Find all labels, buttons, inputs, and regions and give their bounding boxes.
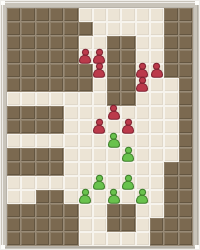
floor-cell-r12-c8[interactable] (107, 162, 121, 176)
wall-cell-r2-c1[interactable] (7, 22, 21, 36)
wall-cell-r3-c8[interactable] (107, 36, 121, 50)
floor-cell-r10-c6[interactable] (79, 134, 93, 148)
wall-cell-r6-c5[interactable] (64, 78, 78, 92)
floor-cell-r12-c10[interactable] (136, 162, 150, 176)
unit-head (97, 63, 102, 68)
wall-cell-r11-c4[interactable] (50, 148, 64, 162)
wall-cell-r11-c1[interactable] (7, 148, 21, 162)
floor-cell-r9-c6[interactable] (79, 120, 93, 134)
wall-cell-r15-c3[interactable] (36, 204, 50, 218)
floor-cell-r10-c2[interactable] (21, 134, 35, 148)
wall-cell-r6-c3[interactable] (36, 78, 50, 92)
unit-head (111, 105, 116, 110)
wall-cell-r3-c12[interactable] (164, 36, 178, 50)
wall-cell-r4-c4[interactable] (50, 50, 64, 64)
wall-cell-r3-c1[interactable] (7, 36, 21, 50)
wall-cell-r16-c9[interactable] (121, 218, 135, 232)
floor-cell-r16-c10[interactable] (136, 218, 150, 232)
wall-cell-r13-c12[interactable] (164, 176, 178, 190)
unit-body (94, 69, 104, 76)
wall-cell-r8-c4[interactable] (50, 106, 64, 120)
floor-cell-r6-c10[interactable] (136, 78, 150, 92)
wall-cell-r17-c3[interactable] (36, 232, 50, 246)
green-unit[interactable] (123, 147, 133, 160)
floor-cell-r14-c2[interactable] (21, 190, 35, 204)
floor-cell-r10-c5[interactable] (64, 134, 78, 148)
floor-cell-r7-c1[interactable] (7, 92, 21, 106)
floor-cell-r5-c10[interactable] (136, 64, 150, 78)
green-unit[interactable] (80, 189, 90, 202)
floor-cell-r4-c10[interactable] (136, 50, 150, 64)
floor-cell-r9-c11[interactable] (150, 120, 164, 134)
floor-cell-r9-c5[interactable] (64, 120, 78, 134)
wall-cell-r8-c13[interactable] (179, 106, 193, 120)
unit-body (123, 125, 133, 132)
wall-cell-r15-c8[interactable] (107, 204, 121, 218)
floor-cell-r1-c6[interactable] (79, 8, 93, 22)
wall-cell-r4-c3[interactable] (36, 50, 50, 64)
unit-body (80, 55, 90, 62)
wall-cell-r3-c2[interactable] (21, 36, 35, 50)
wall-cell-r2-c6[interactable] (79, 22, 93, 36)
floor-cell-r8-c10[interactable] (136, 106, 150, 120)
floor-cell-r14-c9[interactable] (121, 190, 135, 204)
wall-cell-r15-c9[interactable] (121, 204, 135, 218)
floor-cell-r5-c11[interactable] (150, 64, 164, 78)
red-unit[interactable] (80, 49, 90, 62)
wall-cell-r15-c2[interactable] (21, 204, 35, 218)
wall-cell-r17-c1[interactable] (7, 232, 21, 246)
floor-cell-r8-c5[interactable] (64, 106, 78, 120)
unit-head (140, 189, 145, 194)
wall-cell-r17-c13[interactable] (179, 232, 193, 246)
floor-cell-r10-c7[interactable] (93, 134, 107, 148)
unit-head (126, 175, 131, 180)
wall-cell-r6-c2[interactable] (21, 78, 35, 92)
floor-cell-r13-c10[interactable] (136, 176, 150, 190)
unit-body (94, 125, 104, 132)
floor-cell-r1-c9[interactable] (121, 8, 135, 22)
wall-cell-r11-c3[interactable] (36, 148, 50, 162)
unit-head (111, 189, 116, 194)
floor-cell-r9-c7[interactable] (93, 120, 107, 134)
wall-cell-r17-c2[interactable] (21, 232, 35, 246)
wall-cell-r11-c13[interactable] (179, 148, 193, 162)
wall-cell-r1-c5[interactable] (64, 8, 78, 22)
unit-head (154, 63, 159, 68)
floor-cell-r13-c5[interactable] (64, 176, 78, 190)
wall-cell-r8-c2[interactable] (21, 106, 35, 120)
floor-cell-r15-c7[interactable] (93, 204, 107, 218)
floor-cell-r7-c10[interactable] (136, 92, 150, 106)
wall-cell-r5-c3[interactable] (36, 64, 50, 78)
wall-cell-r8-c3[interactable] (36, 106, 50, 120)
floor-cell-r2-c7[interactable] (93, 22, 107, 36)
wall-cell-r9-c13[interactable] (179, 120, 193, 134)
green-unit[interactable] (137, 189, 147, 202)
wall-cell-r5-c5[interactable] (64, 64, 78, 78)
wall-cell-r1-c12[interactable] (164, 8, 178, 22)
wall-cell-r4-c12[interactable] (164, 50, 178, 64)
unit-body (109, 195, 119, 202)
floor-cell-r11-c10[interactable] (136, 148, 150, 162)
floor-cell-r16-c7[interactable] (93, 218, 107, 232)
floor-cell-r14-c1[interactable] (7, 190, 21, 204)
floor-cell-r8-c7[interactable] (93, 106, 107, 120)
floor-cell-r13-c11[interactable] (150, 176, 164, 190)
wall-cell-r9-c3[interactable] (36, 120, 50, 134)
floor-cell-r4-c11[interactable] (150, 50, 164, 64)
floor-cell-r9-c12[interactable] (164, 120, 178, 134)
floor-cell-r8-c12[interactable] (164, 106, 178, 120)
wall-cell-r7-c8[interactable] (107, 92, 121, 106)
floor-cell-r7-c2[interactable] (21, 92, 35, 106)
wall-cell-r5-c4[interactable] (50, 64, 64, 78)
wall-cell-r11-c2[interactable] (21, 148, 35, 162)
floor-cell-r17-c7[interactable] (93, 232, 107, 246)
wall-cell-r1-c2[interactable] (21, 8, 35, 22)
wall-cell-r15-c13[interactable] (179, 204, 193, 218)
wall-cell-r14-c13[interactable] (179, 190, 193, 204)
wall-cell-r2-c12[interactable] (164, 22, 178, 36)
red-unit[interactable] (152, 63, 162, 76)
unit-body (109, 111, 119, 118)
floor-cell-r11-c12[interactable] (164, 148, 178, 162)
floor-cell-r10-c4[interactable] (50, 134, 64, 148)
unit-body (80, 195, 90, 202)
red-unit[interactable] (94, 63, 104, 76)
wall-cell-r5-c2[interactable] (21, 64, 35, 78)
floor-cell-r1-c10[interactable] (136, 8, 150, 22)
floor-cell-r2-c8[interactable] (107, 22, 121, 36)
unit-body (123, 181, 133, 188)
unit-body (109, 139, 119, 146)
floor-cell-r2-c9[interactable] (121, 22, 135, 36)
floor-cell-r13-c3[interactable] (36, 176, 50, 190)
wall-cell-r17-c5[interactable] (64, 232, 78, 246)
floor-cell-r2-c10[interactable] (136, 22, 150, 36)
wall-cell-r17-c11[interactable] (150, 232, 164, 246)
floor-cell-r6-c11[interactable] (150, 78, 164, 92)
unit-head (111, 133, 116, 138)
wall-cell-r4-c2[interactable] (21, 50, 35, 64)
wall-cell-r1-c13[interactable] (179, 8, 193, 22)
wall-cell-r2-c4[interactable] (50, 22, 64, 36)
floor-cell-r13-c8[interactable] (107, 176, 121, 190)
wall-cell-r16-c8[interactable] (107, 218, 121, 232)
wall-cell-r2-c2[interactable] (21, 22, 35, 36)
floor-cell-r12-c6[interactable] (79, 162, 93, 176)
floor-cell-r7-c5[interactable] (64, 92, 78, 106)
unit-head (97, 175, 102, 180)
wall-cell-r15-c1[interactable] (7, 204, 21, 218)
frame-corner-highlight (1, 1, 5, 5)
floor-cell-r2-c11[interactable] (150, 22, 164, 36)
wall-cell-r5-c1[interactable] (7, 64, 21, 78)
wall-cell-r9-c4[interactable] (50, 120, 64, 134)
unit-body (94, 55, 104, 62)
floor-cell-r10-c12[interactable] (164, 134, 178, 148)
wall-cell-r12-c12[interactable] (164, 162, 178, 176)
red-unit[interactable] (123, 119, 133, 132)
wall-cell-r16-c2[interactable] (21, 218, 35, 232)
wall-cell-r16-c12[interactable] (164, 218, 178, 232)
game-board (7, 8, 193, 246)
wall-cell-r6-c8[interactable] (107, 78, 121, 92)
floor-cell-r11-c8[interactable] (107, 148, 121, 162)
floor-cell-r17-c9[interactable] (121, 232, 135, 246)
wall-cell-r15-c5[interactable] (64, 204, 78, 218)
floor-cell-r8-c8[interactable] (107, 106, 121, 120)
floor-cell-r13-c9[interactable] (121, 176, 135, 190)
unit-body (94, 181, 104, 188)
wall-cell-r14-c3[interactable] (36, 190, 50, 204)
unit-body (152, 69, 162, 76)
floor-cell-r7-c3[interactable] (36, 92, 50, 106)
floor-cell-r13-c2[interactable] (21, 176, 35, 190)
floor-cell-r12-c11[interactable] (150, 162, 164, 176)
wall-cell-r5-c8[interactable] (107, 64, 121, 78)
floor-cell-r13-c1[interactable] (7, 176, 21, 190)
floor-cell-r3-c10[interactable] (136, 36, 150, 50)
floor-cell-r12-c5[interactable] (64, 162, 78, 176)
floor-cell-r14-c6[interactable] (79, 190, 93, 204)
floor-cell-r11-c6[interactable] (79, 148, 93, 162)
unit-head (126, 147, 131, 152)
floor-cell-r9-c8[interactable] (107, 120, 121, 134)
wall-cell-r6-c6[interactable] (79, 78, 93, 92)
floor-cell-r9-c10[interactable] (136, 120, 150, 134)
floor-cell-r4-c7[interactable] (93, 50, 107, 64)
unit-head (97, 119, 102, 124)
wall-cell-r12-c2[interactable] (21, 162, 35, 176)
wall-cell-r1-c4[interactable] (50, 8, 64, 22)
floor-cell-r4-c6[interactable] (79, 50, 93, 64)
wall-cell-r3-c4[interactable] (50, 36, 64, 50)
green-unit[interactable] (94, 175, 104, 188)
floor-cell-r7-c7[interactable] (93, 92, 107, 106)
floor-cell-r14-c10[interactable] (136, 190, 150, 204)
wall-cell-r6-c9[interactable] (121, 78, 135, 92)
floor-cell-r10-c3[interactable] (36, 134, 50, 148)
wall-cell-r14-c4[interactable] (50, 190, 64, 204)
floor-cell-r12-c7[interactable] (93, 162, 107, 176)
wall-cell-r16-c5[interactable] (64, 218, 78, 232)
unit-body (137, 195, 147, 202)
floor-cell-r17-c8[interactable] (107, 232, 121, 246)
unit-head (140, 77, 145, 82)
wall-cell-r17-c4[interactable] (50, 232, 64, 246)
wall-cell-r12-c3[interactable] (36, 162, 50, 176)
unit-head (126, 119, 131, 124)
frame-corner-highlight (195, 245, 199, 249)
wall-cell-r16-c1[interactable] (7, 218, 21, 232)
floor-cell-r10-c11[interactable] (150, 134, 164, 148)
wall-cell-r4-c5[interactable] (64, 50, 78, 64)
floor-cell-r6-c7[interactable] (93, 78, 107, 92)
red-unit[interactable] (137, 77, 147, 90)
frame-corner-highlight (1, 245, 5, 249)
red-unit[interactable] (109, 105, 119, 118)
floor-cell-r13-c6[interactable] (79, 176, 93, 190)
floor-cell-r15-c6[interactable] (79, 204, 93, 218)
floor-cell-r1-c11[interactable] (150, 8, 164, 22)
floor-cell-r10-c1[interactable] (7, 134, 21, 148)
unit-body (137, 69, 147, 76)
wall-cell-r3-c13[interactable] (179, 36, 193, 50)
unit-body (123, 153, 133, 160)
wall-cell-r5-c6[interactable] (79, 64, 93, 78)
wall-cell-r2-c3[interactable] (36, 22, 50, 36)
wall-cell-r3-c3[interactable] (36, 36, 50, 50)
wall-cell-r15-c12[interactable] (164, 204, 178, 218)
unit-body (137, 83, 147, 90)
wall-cell-r9-c1[interactable] (7, 120, 21, 134)
wall-cell-r7-c9[interactable] (121, 92, 135, 106)
wall-cell-r12-c1[interactable] (7, 162, 21, 176)
wall-cell-r10-c13[interactable] (179, 134, 193, 148)
red-unit[interactable] (94, 119, 104, 132)
wall-cell-r4-c13[interactable] (179, 50, 193, 64)
wall-cell-r4-c1[interactable] (7, 50, 21, 64)
wall-cell-r17-c12[interactable] (164, 232, 178, 246)
wall-cell-r16-c3[interactable] (36, 218, 50, 232)
red-unit[interactable] (94, 49, 104, 62)
floor-cell-r3-c11[interactable] (150, 36, 164, 50)
floor-cell-r10-c9[interactable] (121, 134, 135, 148)
wall-cell-r16-c4[interactable] (50, 218, 64, 232)
wall-cell-r16-c11[interactable] (150, 218, 164, 232)
floor-cell-r13-c4[interactable] (50, 176, 64, 190)
floor-cell-r11-c11[interactable] (150, 148, 164, 162)
floor-cell-r15-c11[interactable] (150, 204, 164, 218)
floor-cell-r14-c5[interactable] (64, 190, 78, 204)
floor-cell-r10-c8[interactable] (107, 134, 121, 148)
wall-cell-r4-c8[interactable] (107, 50, 121, 64)
wall-cell-r14-c12[interactable] (164, 190, 178, 204)
floor-cell-r11-c9[interactable] (121, 148, 135, 162)
frame-corner-highlight (195, 1, 199, 5)
unit-head (83, 189, 88, 194)
floor-cell-r17-c6[interactable] (79, 232, 93, 246)
floor-cell-r12-c9[interactable] (121, 162, 135, 176)
floor-cell-r8-c9[interactable] (121, 106, 135, 120)
wall-cell-r5-c9[interactable] (121, 64, 135, 78)
floor-cell-r3-c6[interactable] (79, 36, 93, 50)
floor-cell-r11-c5[interactable] (64, 148, 78, 162)
floor-cell-r5-c7[interactable] (93, 64, 107, 78)
unit-head (140, 63, 145, 68)
wall-cell-r5-c13[interactable] (179, 64, 193, 78)
floor-cell-r7-c11[interactable] (150, 92, 164, 106)
floor-cell-r1-c7[interactable] (93, 8, 107, 22)
wall-cell-r8-c1[interactable] (7, 106, 21, 120)
wall-cell-r15-c4[interactable] (50, 204, 64, 218)
floor-cell-r8-c11[interactable] (150, 106, 164, 120)
wall-cell-r16-c13[interactable] (179, 218, 193, 232)
floor-cell-r11-c7[interactable] (93, 148, 107, 162)
floor-cell-r14-c8[interactable] (107, 190, 121, 204)
floor-cell-r9-c9[interactable] (121, 120, 135, 134)
unit-head (83, 49, 88, 54)
wall-cell-r1-c1[interactable] (7, 8, 21, 22)
floor-cell-r6-c12[interactable] (164, 78, 178, 92)
floor-cell-r16-c6[interactable] (79, 218, 93, 232)
game-screenshot (0, 0, 200, 250)
floor-cell-r10-c10[interactable] (136, 134, 150, 148)
green-unit[interactable] (109, 189, 119, 202)
floor-cell-r3-c7[interactable] (93, 36, 107, 50)
wall-cell-r3-c9[interactable] (121, 36, 135, 50)
floor-cell-r7-c12[interactable] (164, 92, 178, 106)
unit-head (97, 49, 102, 54)
wall-cell-r7-c13[interactable] (179, 92, 193, 106)
floor-cell-r14-c11[interactable] (150, 190, 164, 204)
floor-cell-r13-c7[interactable] (93, 176, 107, 190)
wall-cell-r9-c2[interactable] (21, 120, 35, 134)
floor-cell-r1-c8[interactable] (107, 8, 121, 22)
floor-cell-r8-c6[interactable] (79, 106, 93, 120)
red-unit[interactable] (137, 63, 147, 76)
floor-cell-r17-c10[interactable] (136, 232, 150, 246)
wall-cell-r12-c13[interactable] (179, 162, 193, 176)
green-unit[interactable] (123, 175, 133, 188)
wall-cell-r6-c1[interactable] (7, 78, 21, 92)
wall-cell-r12-c4[interactable] (50, 162, 64, 176)
wall-cell-r3-c5[interactable] (64, 36, 78, 50)
wall-cell-r2-c5[interactable] (64, 22, 78, 36)
floor-cell-r7-c4[interactable] (50, 92, 64, 106)
floor-cell-r14-c7[interactable] (93, 190, 107, 204)
wall-cell-r2-c13[interactable] (179, 22, 193, 36)
green-unit[interactable] (109, 133, 119, 146)
wall-cell-r13-c13[interactable] (179, 176, 193, 190)
floor-cell-r7-c6[interactable] (79, 92, 93, 106)
wall-cell-r1-c3[interactable] (36, 8, 50, 22)
wall-cell-r5-c12[interactable] (164, 64, 178, 78)
floor-cell-r15-c10[interactable] (136, 204, 150, 218)
wall-cell-r6-c13[interactable] (179, 78, 193, 92)
wall-cell-r6-c4[interactable] (50, 78, 64, 92)
wall-cell-r4-c9[interactable] (121, 50, 135, 64)
